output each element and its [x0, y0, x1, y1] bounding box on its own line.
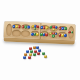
pit-top-5[interactable] [49, 25, 58, 32]
bead-green [34, 27, 37, 30]
bead-yellow[interactable] [44, 55, 47, 58]
bead-red[interactable] [37, 52, 40, 55]
bead-blue [27, 26, 30, 29]
bead-blue [55, 32, 58, 35]
pit-bottom-6[interactable] [58, 32, 67, 39]
bead-blue [55, 26, 58, 29]
bead-blue[interactable] [23, 56, 26, 59]
pit-bottom-3[interactable] [30, 31, 39, 38]
store-left[interactable] [5, 23, 12, 36]
bead-green [71, 31, 74, 34]
bead-red [18, 25, 21, 28]
pit-bottom-5[interactable] [49, 32, 58, 39]
bead-red[interactable] [28, 56, 31, 59]
pit-top-6[interactable] [58, 25, 67, 32]
pit-top-3[interactable] [31, 24, 40, 31]
bead-green [64, 27, 67, 30]
pit-bottom-1[interactable] [12, 30, 21, 37]
bead-red [36, 25, 39, 28]
board-top-surface [4, 22, 76, 41]
bead-red [45, 33, 48, 36]
store-right[interactable] [67, 26, 74, 39]
bead-yellow [36, 33, 39, 36]
pit-bottom-4[interactable] [40, 31, 49, 38]
bead-green[interactable] [33, 53, 36, 56]
bead-yellow [46, 27, 49, 30]
bead-blue [64, 34, 67, 37]
pit-top-2[interactable] [21, 24, 30, 31]
pit-top-1[interactable] [12, 23, 21, 30]
pit-top-4[interactable] [40, 25, 49, 32]
bead-green [52, 35, 55, 38]
bead-yellow [52, 28, 55, 31]
mancala-board [4, 22, 76, 46]
pit-bottom-2[interactable] [21, 30, 30, 37]
product-photo-scene [0, 0, 80, 80]
